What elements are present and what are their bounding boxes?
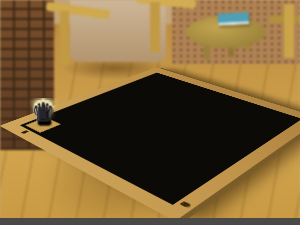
file-label-c: c [177, 200, 192, 209]
file-label-a: a [177, 200, 193, 209]
scene: ♜♞♝♚♛♝♞♜♟♟♟♟♟♟♟♟♟♟♟♟♟♟♟♟♜♞♝♚♛♝♞♜ abcdefg… [0, 0, 300, 225]
file-label-e: e [177, 200, 193, 209]
file-label-h: h [177, 200, 193, 209]
file-label-g: g [177, 200, 193, 209]
file-label-f: f [177, 201, 191, 209]
chair-right-post [150, 2, 160, 52]
file-label-b: b [177, 200, 193, 209]
image-bottom-border [0, 218, 300, 225]
blue-book [218, 12, 250, 26]
piece-black-rook-h1[interactable]: ♜ [27, 105, 60, 125]
chair-left-post [60, 11, 69, 65]
right-chair-post [284, 4, 294, 58]
file-label-d: d [177, 200, 193, 209]
